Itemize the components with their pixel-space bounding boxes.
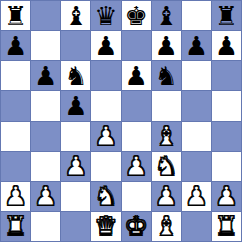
square-e4[interactable] xyxy=(122,122,151,151)
square-c7[interactable] xyxy=(61,31,90,60)
black-knight[interactable]: ♞ xyxy=(155,63,178,89)
square-h7[interactable]: ♟ xyxy=(212,31,241,60)
square-f3[interactable]: ♞ xyxy=(152,152,181,181)
white-pawn[interactable]: ♟ xyxy=(94,123,117,149)
white-rook[interactable]: ♜ xyxy=(4,213,27,239)
square-d5[interactable] xyxy=(91,91,120,120)
square-f4[interactable]: ♝ xyxy=(152,122,181,151)
square-f6[interactable]: ♞ xyxy=(152,61,181,90)
white-pawn[interactable]: ♟ xyxy=(34,183,57,209)
square-f5[interactable] xyxy=(152,91,181,120)
square-g5[interactable] xyxy=(182,91,211,120)
black-pawn[interactable]: ♟ xyxy=(215,33,238,59)
square-b2[interactable]: ♟ xyxy=(31,182,60,211)
black-pawn[interactable]: ♟ xyxy=(155,33,178,59)
white-pawn[interactable]: ♟ xyxy=(124,153,147,179)
square-e7[interactable] xyxy=(122,31,151,60)
square-d3[interactable] xyxy=(91,152,120,181)
square-a6[interactable] xyxy=(1,61,30,90)
square-a3[interactable] xyxy=(1,152,30,181)
square-f7[interactable]: ♟ xyxy=(152,31,181,60)
square-a8[interactable]: ♜ xyxy=(1,1,30,30)
square-a4[interactable] xyxy=(1,122,30,151)
square-g7[interactable]: ♟ xyxy=(182,31,211,60)
black-rook[interactable]: ♜ xyxy=(215,3,238,29)
square-h3[interactable] xyxy=(212,152,241,181)
square-c2[interactable] xyxy=(61,182,90,211)
square-h4[interactable] xyxy=(212,122,241,151)
square-e6[interactable]: ♟ xyxy=(122,61,151,90)
square-c3[interactable]: ♟ xyxy=(61,152,90,181)
square-g8[interactable] xyxy=(182,1,211,30)
white-bishop[interactable]: ♝ xyxy=(155,123,178,149)
black-rook[interactable]: ♜ xyxy=(4,3,27,29)
square-b5[interactable] xyxy=(31,91,60,120)
square-d7[interactable]: ♟ xyxy=(91,31,120,60)
black-pawn[interactable]: ♟ xyxy=(185,33,208,59)
square-b3[interactable] xyxy=(31,152,60,181)
black-pawn[interactable]: ♟ xyxy=(124,63,147,89)
black-pawn[interactable]: ♟ xyxy=(4,33,27,59)
square-g2[interactable]: ♟ xyxy=(182,182,211,211)
white-pawn[interactable]: ♟ xyxy=(185,183,208,209)
square-e3[interactable]: ♟ xyxy=(122,152,151,181)
white-pawn[interactable]: ♟ xyxy=(155,183,178,209)
square-a2[interactable]: ♟ xyxy=(1,182,30,211)
white-pawn[interactable]: ♟ xyxy=(64,153,87,179)
square-f1[interactable]: ♝ xyxy=(152,212,181,241)
white-knight[interactable]: ♞ xyxy=(155,153,178,179)
white-bishop[interactable]: ♝ xyxy=(155,213,178,239)
square-b6[interactable]: ♟ xyxy=(31,61,60,90)
square-b8[interactable] xyxy=(31,1,60,30)
square-c6[interactable]: ♞ xyxy=(61,61,90,90)
square-f2[interactable]: ♟ xyxy=(152,182,181,211)
square-c4[interactable] xyxy=(61,122,90,151)
square-d4[interactable]: ♟ xyxy=(91,122,120,151)
white-king[interactable]: ♚ xyxy=(124,213,147,239)
square-d1[interactable]: ♛ xyxy=(91,212,120,241)
square-c8[interactable]: ♝ xyxy=(61,1,90,30)
square-b1[interactable] xyxy=(31,212,60,241)
square-h6[interactable] xyxy=(212,61,241,90)
square-g1[interactable] xyxy=(182,212,211,241)
black-queen[interactable]: ♛ xyxy=(94,3,117,29)
black-bishop[interactable]: ♝ xyxy=(155,3,178,29)
square-g3[interactable] xyxy=(182,152,211,181)
square-e1[interactable]: ♚ xyxy=(122,212,151,241)
square-h1[interactable]: ♜ xyxy=(212,212,241,241)
square-b7[interactable] xyxy=(31,31,60,60)
square-h2[interactable]: ♟ xyxy=(212,182,241,211)
white-pawn[interactable]: ♟ xyxy=(215,183,238,209)
white-pawn[interactable]: ♟ xyxy=(4,183,27,209)
square-h8[interactable]: ♜ xyxy=(212,1,241,30)
square-d6[interactable] xyxy=(91,61,120,90)
black-king[interactable]: ♚ xyxy=(124,3,147,29)
square-c1[interactable] xyxy=(61,212,90,241)
square-e5[interactable] xyxy=(122,91,151,120)
square-c5[interactable]: ♟ xyxy=(61,91,90,120)
square-h5[interactable] xyxy=(212,91,241,120)
square-a5[interactable] xyxy=(1,91,30,120)
square-g4[interactable] xyxy=(182,122,211,151)
square-a1[interactable]: ♜ xyxy=(1,212,30,241)
black-bishop[interactable]: ♝ xyxy=(64,3,87,29)
chess-board: ♜♝♛♚♝♜♟♟♟♟♟♟♞♟♞♟♟♝♟♟♞♟♟♞♟♟♟♜♛♚♝♜ xyxy=(0,0,242,242)
white-queen[interactable]: ♛ xyxy=(94,213,117,239)
square-b4[interactable] xyxy=(31,122,60,151)
black-knight[interactable]: ♞ xyxy=(64,63,87,89)
black-pawn[interactable]: ♟ xyxy=(34,63,57,89)
square-d2[interactable]: ♞ xyxy=(91,182,120,211)
square-a7[interactable]: ♟ xyxy=(1,31,30,60)
white-rook[interactable]: ♜ xyxy=(215,213,238,239)
square-d8[interactable]: ♛ xyxy=(91,1,120,30)
black-pawn[interactable]: ♟ xyxy=(94,33,117,59)
square-f8[interactable]: ♝ xyxy=(152,1,181,30)
black-pawn[interactable]: ♟ xyxy=(64,93,87,119)
square-e8[interactable]: ♚ xyxy=(122,1,151,30)
square-g6[interactable] xyxy=(182,61,211,90)
square-e2[interactable] xyxy=(122,182,151,211)
white-knight[interactable]: ♞ xyxy=(94,183,117,209)
